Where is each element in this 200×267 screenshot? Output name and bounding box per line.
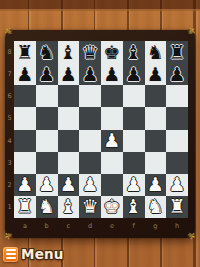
- black-queen-piece[interactable]: ♛: [82, 42, 99, 61]
- rank-label-6: 6: [5, 85, 14, 107]
- square-f5[interactable]: [123, 107, 145, 129]
- black-rook-piece[interactable]: ♜: [169, 42, 186, 61]
- white-bishop-piece[interactable]: ♝: [60, 197, 77, 216]
- white-pawn-piece[interactable]: ♟: [125, 175, 142, 194]
- black-pawn-piece[interactable]: ♟: [147, 64, 164, 83]
- square-f8[interactable]: ♝: [123, 41, 145, 63]
- square-g5[interactable]: [145, 107, 167, 129]
- square-c2[interactable]: ♟: [58, 174, 80, 196]
- white-rook-piece[interactable]: ♜: [169, 197, 186, 216]
- square-a1[interactable]: ♜: [14, 196, 36, 218]
- black-pawn-piece[interactable]: ♟: [16, 64, 33, 83]
- file-label-e: e: [101, 219, 123, 233]
- square-c8[interactable]: ♝: [58, 41, 80, 63]
- white-bishop-piece[interactable]: ♝: [125, 197, 142, 216]
- square-f2[interactable]: ♟: [123, 174, 145, 196]
- square-h4[interactable]: [166, 130, 188, 152]
- black-bishop-piece[interactable]: ♝: [125, 42, 142, 61]
- white-knight-piece[interactable]: ♞: [38, 197, 55, 216]
- black-pawn-piece[interactable]: ♟: [103, 64, 120, 83]
- square-b8[interactable]: ♞: [36, 41, 58, 63]
- square-g4[interactable]: [145, 130, 167, 152]
- black-rook-piece[interactable]: ♜: [16, 42, 33, 61]
- square-g6[interactable]: [145, 85, 167, 107]
- black-pawn-piece[interactable]: ♟: [125, 64, 142, 83]
- square-d6[interactable]: [79, 85, 101, 107]
- file-label-h: h: [166, 219, 188, 233]
- square-e4[interactable]: ♟: [101, 130, 123, 152]
- square-b6[interactable]: [36, 85, 58, 107]
- square-a4[interactable]: [14, 130, 36, 152]
- menu-button[interactable]: Menu: [3, 246, 64, 262]
- square-h8[interactable]: ♜: [166, 41, 188, 63]
- square-c3[interactable]: [58, 152, 80, 174]
- menu-button-label: Menu: [21, 246, 64, 262]
- wood-top-band: [0, 0, 200, 11]
- square-h1[interactable]: ♜: [166, 196, 188, 218]
- white-rook-piece[interactable]: ♜: [16, 197, 33, 216]
- square-h3[interactable]: [166, 152, 188, 174]
- square-e5[interactable]: [101, 107, 123, 129]
- white-pawn-piece[interactable]: ♟: [103, 131, 120, 150]
- square-d1[interactable]: ♛: [79, 196, 101, 218]
- app-background: ⚜ ⚜ ⚜ ⚜ 87654321 ♜♞♝♛♚♝♞♜♟♟♟♟♟♟♟♟♟♟♟♟♟♟♟…: [0, 0, 200, 267]
- square-d2[interactable]: ♟: [79, 174, 101, 196]
- gold-fleur-ornament-top-left: ⚜: [2, 24, 17, 39]
- black-pawn-piece[interactable]: ♟: [82, 64, 99, 83]
- white-pawn-piece[interactable]: ♟: [60, 175, 77, 194]
- file-label-c: c: [58, 219, 80, 233]
- white-pawn-piece[interactable]: ♟: [169, 175, 186, 194]
- square-a2[interactable]: ♟: [14, 174, 36, 196]
- square-a7[interactable]: ♟: [14, 63, 36, 85]
- square-e2[interactable]: [101, 174, 123, 196]
- square-g8[interactable]: ♞: [145, 41, 167, 63]
- rank-label-2: 2: [5, 174, 14, 196]
- square-e6[interactable]: [101, 85, 123, 107]
- black-king-piece[interactable]: ♚: [103, 42, 120, 61]
- file-label-b: b: [36, 219, 58, 233]
- chess-board[interactable]: ♜♞♝♛♚♝♞♜♟♟♟♟♟♟♟♟♟♟♟♟♟♟♟♟♜♞♝♛♚♝♞♜: [14, 41, 188, 218]
- file-label-f: f: [123, 219, 145, 233]
- white-pawn-piece[interactable]: ♟: [16, 175, 33, 194]
- square-f1[interactable]: ♝: [123, 196, 145, 218]
- black-pawn-piece[interactable]: ♟: [169, 64, 186, 83]
- square-f7[interactable]: ♟: [123, 63, 145, 85]
- square-d5[interactable]: [79, 107, 101, 129]
- square-a5[interactable]: [14, 107, 36, 129]
- chess-board-frame: ⚜ ⚜ ⚜ ⚜ 87654321 ♜♞♝♛♚♝♞♜♟♟♟♟♟♟♟♟♟♟♟♟♟♟♟…: [5, 30, 195, 238]
- square-e1[interactable]: ♚: [101, 196, 123, 218]
- square-f4[interactable]: [123, 130, 145, 152]
- rank-label-7: 7: [5, 63, 14, 85]
- square-b2[interactable]: ♟: [36, 174, 58, 196]
- square-d4[interactable]: [79, 130, 101, 152]
- black-knight-piece[interactable]: ♞: [38, 42, 55, 61]
- square-g7[interactable]: ♟: [145, 63, 167, 85]
- square-e3[interactable]: [101, 152, 123, 174]
- square-c1[interactable]: ♝: [58, 196, 80, 218]
- square-a8[interactable]: ♜: [14, 41, 36, 63]
- white-pawn-piece[interactable]: ♟: [82, 175, 99, 194]
- black-bishop-piece[interactable]: ♝: [60, 42, 77, 61]
- file-labels: abcdefgh: [14, 219, 188, 233]
- square-d3[interactable]: [79, 152, 101, 174]
- square-g3[interactable]: [145, 152, 167, 174]
- white-knight-piece[interactable]: ♞: [147, 197, 164, 216]
- square-h2[interactable]: ♟: [166, 174, 188, 196]
- square-c4[interactable]: [58, 130, 80, 152]
- rank-label-4: 4: [5, 130, 14, 152]
- square-f3[interactable]: [123, 152, 145, 174]
- square-c5[interactable]: [58, 107, 80, 129]
- square-h5[interactable]: [166, 107, 188, 129]
- square-d7[interactable]: ♟: [79, 63, 101, 85]
- square-g2[interactable]: ♟: [145, 174, 167, 196]
- square-b1[interactable]: ♞: [36, 196, 58, 218]
- gold-fleur-ornament-top-right: ⚜: [184, 24, 199, 39]
- square-c6[interactable]: [58, 85, 80, 107]
- square-d8[interactable]: ♛: [79, 41, 101, 63]
- white-pawn-piece[interactable]: ♟: [147, 175, 164, 194]
- square-a6[interactable]: [14, 85, 36, 107]
- black-pawn-piece[interactable]: ♟: [38, 64, 55, 83]
- white-queen-piece[interactable]: ♛: [82, 197, 99, 216]
- rank-label-3: 3: [5, 152, 14, 174]
- rank-label-8: 8: [5, 41, 14, 63]
- file-label-g: g: [145, 219, 167, 233]
- white-pawn-piece[interactable]: ♟: [38, 175, 55, 194]
- hamburger-menu-icon[interactable]: [3, 247, 18, 262]
- square-e7[interactable]: ♟: [101, 63, 123, 85]
- square-b7[interactable]: ♟: [36, 63, 58, 85]
- square-b5[interactable]: [36, 107, 58, 129]
- file-label-a: a: [14, 219, 36, 233]
- square-e8[interactable]: ♚: [101, 41, 123, 63]
- square-h6[interactable]: [166, 85, 188, 107]
- square-g1[interactable]: ♞: [145, 196, 167, 218]
- square-h7[interactable]: ♟: [166, 63, 188, 85]
- rank-label-5: 5: [5, 107, 14, 129]
- square-f6[interactable]: [123, 85, 145, 107]
- black-knight-piece[interactable]: ♞: [147, 42, 164, 61]
- rank-labels: 87654321: [5, 41, 14, 218]
- black-pawn-piece[interactable]: ♟: [60, 64, 77, 83]
- file-label-d: d: [79, 219, 101, 233]
- square-b4[interactable]: [36, 130, 58, 152]
- square-c7[interactable]: ♟: [58, 63, 80, 85]
- square-b3[interactable]: [36, 152, 58, 174]
- square-a3[interactable]: [14, 152, 36, 174]
- white-king-piece[interactable]: ♚: [103, 197, 120, 216]
- rank-label-1: 1: [5, 196, 14, 218]
